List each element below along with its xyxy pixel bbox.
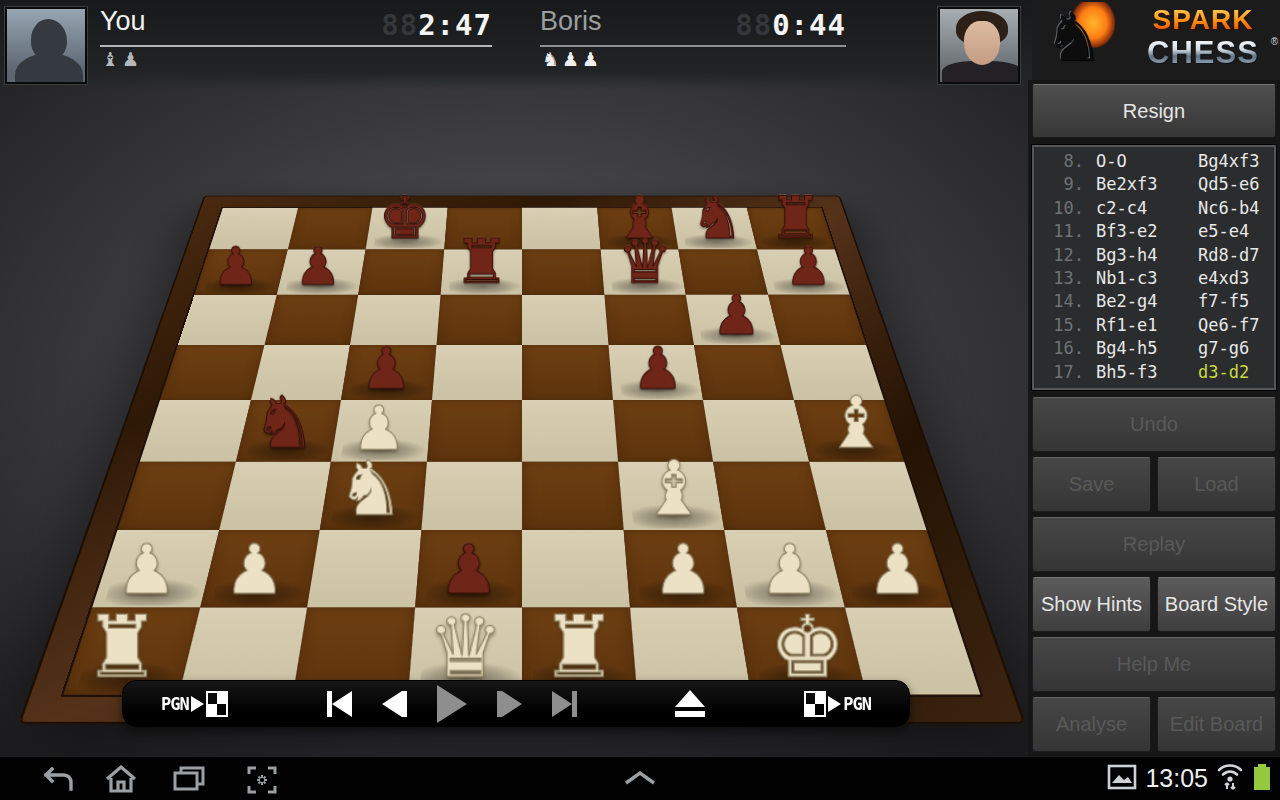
resign-button[interactable]: Resign (1032, 84, 1276, 138)
expand-chevron-button[interactable] (622, 769, 658, 791)
black-pawn-f5[interactable]: ♟ (612, 340, 702, 398)
move-number: 14. (1040, 290, 1084, 313)
square-g3[interactable] (713, 461, 825, 530)
square-f3[interactable]: ♝ (618, 461, 725, 530)
arrow-right-icon (828, 696, 841, 712)
board-checker-icon (206, 691, 228, 717)
square-e6[interactable] (522, 295, 608, 345)
move-number: 13. (1040, 267, 1084, 290)
white-queen-d1[interactable]: ♛ (408, 605, 522, 691)
white-move: O-O (1084, 150, 1194, 173)
white-bishop-f3[interactable]: ♝ (623, 451, 724, 527)
move-number: 16. (1040, 337, 1084, 360)
black-move: Qd5-e6 (1194, 173, 1268, 196)
square-c7[interactable] (358, 249, 444, 294)
replay-button: Replay (1032, 517, 1276, 572)
square-h2[interactable]: ♟ (825, 530, 951, 607)
white-move: Rf1-e1 (1084, 314, 1194, 337)
player-you-avatar (5, 7, 87, 84)
move-row[interactable]: 16.Bg4-h5g7-g6 (1040, 337, 1268, 360)
move-row[interactable]: 9.Be2xf3Qd5-e6 (1040, 173, 1268, 196)
square-d4[interactable] (426, 400, 522, 461)
white-move: Be2-g4 (1084, 290, 1194, 313)
square-a6[interactable] (178, 295, 276, 345)
board-scene: ♚♝♞♜♟♟♜♛♟♟♟♟♞♟♝♞♝♟♟♟♟♟♟♜♛♜♚ (62, 42, 982, 758)
jump-to-start-button[interactable] (327, 691, 352, 717)
status-area: 13:05 (1107, 757, 1272, 800)
square-a3[interactable] (118, 461, 236, 530)
square-a7[interactable]: ♟ (194, 249, 287, 294)
move-number: 15. (1040, 314, 1084, 337)
divider (540, 45, 846, 47)
square-d6[interactable] (436, 295, 522, 345)
undo-button: Undo (1032, 397, 1276, 452)
square-c3[interactable]: ♞ (320, 461, 427, 530)
black-move: Nc6-b4 (1194, 197, 1268, 220)
square-e7[interactable] (522, 249, 604, 294)
move-list[interactable]: 8.O-OBg4xf39.Be2xf3Qd5-e610.c2-c4Nc6-b41… (1032, 145, 1276, 390)
captured-pawn-icon: ♟ (582, 48, 602, 70)
white-bishop-h4[interactable]: ♝ (808, 387, 903, 459)
square-b7[interactable]: ♟ (276, 249, 365, 294)
black-move: e5-e4 (1194, 220, 1268, 243)
black-pawn-a7[interactable]: ♟ (195, 240, 277, 292)
white-king-g1[interactable]: ♚ (750, 605, 864, 691)
playback-bar: PGN PGN (122, 680, 910, 727)
white-move: Nb1-c3 (1084, 267, 1194, 290)
screenshot-notification-icon[interactable] (1107, 764, 1137, 794)
square-g6[interactable]: ♟ (686, 295, 780, 345)
help-me-button: Help Me (1032, 637, 1276, 692)
move-row[interactable]: 13.Nb1-c3e4xd3 (1040, 267, 1268, 290)
square-a2[interactable]: ♟ (92, 530, 218, 607)
panel-buttons: UndoSaveLoadReplayShow HintsBoard StyleH… (1032, 397, 1276, 752)
move-row[interactable]: 17.Bh5-f3d3-d2 (1040, 361, 1268, 384)
player-boris-clock: 880:44 (735, 8, 846, 42)
square-f5[interactable]: ♟ (608, 345, 703, 400)
board-checker-icon (804, 691, 826, 717)
black-move: f7-f5 (1194, 290, 1268, 313)
square-h4[interactable]: ♝ (794, 400, 905, 461)
white-knight-c3[interactable]: ♞ (320, 451, 421, 527)
black-knight-b4[interactable]: ♞ (236, 387, 331, 459)
player-you-block: You 882:47 ♝♟ (100, 0, 492, 90)
jump-to-end-button[interactable] (552, 691, 577, 717)
right-panel: Resign 8.O-OBg4xf39.Be2xf3Qd5-e610.c2-c4… (1028, 80, 1280, 757)
square-g2[interactable]: ♟ (724, 530, 844, 607)
white-rook-a1[interactable]: ♜ (65, 605, 179, 691)
black-pawn-h7[interactable]: ♟ (767, 240, 849, 292)
logo-chess-text: CHESS (1128, 37, 1278, 68)
black-knight-g8[interactable]: ♞ (678, 189, 756, 248)
black-pawn-c5[interactable]: ♟ (341, 340, 431, 398)
recent-apps-button[interactable] (172, 765, 206, 797)
move-row[interactable]: 11.Bf3-e2e5-e4 (1040, 220, 1268, 243)
square-b6[interactable] (264, 295, 358, 345)
white-move: Bg3-h4 (1084, 244, 1194, 267)
sparkchess-app: ♚♝♞♜♟♟♜♛♟♟♟♟♞♟♝♞♝♟♟♟♟♟♟♜♛♜♚ You 882:47 ♝… (0, 0, 1280, 800)
wifi-icon (1216, 762, 1244, 796)
battery-icon (1252, 762, 1272, 796)
playback-controls (327, 685, 577, 723)
black-queen-f7[interactable]: ♛ (604, 231, 686, 292)
home-button[interactable] (104, 765, 138, 797)
analyse-button: Analyse (1032, 697, 1151, 752)
captured-knight-icon: ♞ (542, 48, 562, 70)
square-d7[interactable]: ♜ (440, 249, 522, 294)
white-move: Bh5-f3 (1084, 361, 1194, 384)
save-button: Save (1032, 457, 1151, 512)
square-e8[interactable] (522, 208, 600, 250)
black-pawn-g6[interactable]: ♟ (694, 287, 780, 342)
square-c2[interactable] (307, 530, 421, 607)
move-number: 9. (1040, 173, 1084, 196)
black-move: Rd8-d7 (1194, 244, 1268, 267)
knight-logo-icon: ♞ (1044, 2, 1103, 74)
arrow-right-icon (191, 696, 204, 712)
divider (100, 45, 492, 47)
square-d2[interactable]: ♟ (415, 530, 522, 607)
square-h3[interactable] (809, 461, 927, 530)
board-grid[interactable]: ♚♝♞♜♟♟♜♛♟♟♟♟♞♟♝♞♝♟♟♟♟♟♟♜♛♜♚ (64, 208, 981, 695)
square-e4[interactable] (522, 400, 618, 461)
black-pawn-b7[interactable]: ♟ (277, 240, 359, 292)
black-move: g7-g6 (1194, 337, 1268, 360)
board-style-button[interactable]: Board Style (1157, 577, 1276, 632)
move-row[interactable]: 12.Bg3-h4Rd8-d7 (1040, 244, 1268, 267)
square-d5[interactable] (432, 345, 523, 400)
load-button: Load (1157, 457, 1276, 512)
square-g5[interactable] (694, 345, 794, 400)
clock-time[interactable]: 13:05 (1145, 764, 1208, 793)
black-move: Bg4xf3 (1194, 150, 1268, 173)
eject-button[interactable] (675, 690, 705, 717)
white-move: Bg4-h5 (1084, 337, 1194, 360)
square-f2[interactable]: ♟ (623, 530, 737, 607)
player-boris-name: Boris (540, 6, 602, 37)
player-you-captured-tray: ♝♟ (102, 48, 142, 70)
chess-board[interactable]: ♚♝♞♜♟♟♜♛♟♟♟♟♞♟♝♞♝♟♟♟♟♟♟♜♛♜♚ (18, 196, 1026, 724)
black-move: Qe6-f7 (1194, 314, 1268, 337)
move-number: 8. (1040, 150, 1084, 173)
back-button[interactable] (42, 765, 76, 797)
captured-pawn-icon: ♟ (122, 48, 142, 70)
square-e2[interactable] (522, 530, 629, 607)
square-c8[interactable]: ♚ (366, 208, 448, 250)
white-pawn-h2[interactable]: ♟ (843, 535, 950, 604)
white-move: Be2xf3 (1084, 173, 1194, 196)
white-pawn-a2[interactable]: ♟ (93, 535, 200, 604)
move-row[interactable]: 14.Be2-g4f7-f5 (1040, 290, 1268, 313)
captured-pawn-icon: ♟ (562, 48, 582, 70)
pgn-import-button[interactable]: PGN (161, 691, 228, 717)
screenshot-button[interactable] (246, 765, 278, 799)
black-rook-d7[interactable]: ♜ (440, 231, 522, 292)
square-a4[interactable] (140, 400, 251, 461)
pgn-export-button[interactable]: PGN (804, 691, 871, 717)
white-pawn-f2[interactable]: ♟ (629, 535, 736, 604)
move-number: 17. (1040, 361, 1084, 384)
sparkchess-logo: ♞ SPARK CHESS ® (1032, 0, 1280, 80)
eject-icon (675, 690, 705, 717)
player-you-clock: 882:47 (381, 8, 492, 42)
move-number: 10. (1040, 197, 1084, 220)
black-move: e4xd3 (1194, 267, 1268, 290)
player-boris-avatar (938, 7, 1020, 84)
player-you-name: You (100, 6, 146, 37)
white-pawn-g2[interactable]: ♟ (736, 535, 843, 604)
move-row[interactable]: 8.O-OBg4xf3 (1040, 150, 1268, 173)
step-back-button[interactable] (382, 691, 407, 717)
move-number: 12. (1040, 244, 1084, 267)
registered-mark: ® (1271, 36, 1278, 47)
player-boris-block: Boris 880:44 ♞♟♟ (540, 0, 846, 90)
black-king-c8[interactable]: ♚ (366, 189, 444, 248)
move-row[interactable]: 15.Rf1-e1Qe6-f7 (1040, 314, 1268, 337)
step-forward-button[interactable] (497, 691, 522, 717)
black-pawn-d2[interactable]: ♟ (415, 535, 522, 604)
square-b3[interactable] (219, 461, 331, 530)
player-boris-captured-tray: ♞♟♟ (542, 48, 602, 70)
play-button[interactable] (437, 685, 467, 723)
square-e5[interactable] (522, 345, 613, 400)
square-b2[interactable]: ♟ (200, 530, 320, 607)
square-d3[interactable] (421, 461, 522, 530)
edit-board-button: Edit Board (1157, 697, 1276, 752)
show-hints-button[interactable]: Show Hints (1032, 577, 1151, 632)
white-move: Bf3-e2 (1084, 220, 1194, 243)
white-pawn-b2[interactable]: ♟ (201, 535, 308, 604)
android-nav-bar: 13:05 (0, 757, 1280, 800)
move-row[interactable]: 10.c2-c4Nc6-b4 (1040, 197, 1268, 220)
black-move-last: d3-d2 (1194, 361, 1268, 384)
square-f7[interactable]: ♛ (600, 249, 686, 294)
square-e3[interactable] (522, 461, 623, 530)
square-h6[interactable] (768, 295, 866, 345)
logo-spark-text: SPARK (1128, 6, 1278, 34)
captured-bishop-icon: ♝ (102, 48, 122, 70)
white-move: c2-c4 (1084, 197, 1194, 220)
move-number: 11. (1040, 220, 1084, 243)
white-rook-e1[interactable]: ♜ (522, 605, 636, 691)
